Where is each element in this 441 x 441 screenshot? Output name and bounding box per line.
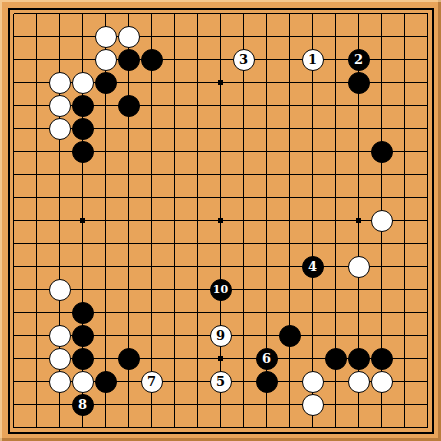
black-stone-move-2: 2	[348, 49, 370, 71]
move-number: 2	[354, 53, 363, 66]
black-stone	[95, 72, 117, 94]
move-number: 7	[147, 375, 156, 388]
go-board[interactable]: 31241096758	[0, 0, 441, 441]
black-stone-move-4: 4	[302, 256, 324, 278]
white-stone	[49, 371, 71, 393]
white-stone-move-5: 5	[210, 371, 232, 393]
black-stone	[72, 141, 94, 163]
star-point	[218, 218, 223, 223]
white-stone	[95, 26, 117, 48]
star-point	[218, 80, 223, 85]
white-stone	[95, 49, 117, 71]
black-stone	[72, 325, 94, 347]
black-stone-move-6: 6	[256, 348, 278, 370]
black-stone	[72, 348, 94, 370]
white-stone	[49, 325, 71, 347]
move-number: 6	[262, 352, 271, 365]
white-stone	[348, 256, 370, 278]
star-point	[80, 218, 85, 223]
black-stone-move-8: 8	[72, 394, 94, 416]
black-stone	[371, 348, 393, 370]
black-stone	[348, 348, 370, 370]
move-number: 8	[78, 398, 87, 411]
star-point	[356, 218, 361, 223]
move-number: 10	[213, 284, 228, 295]
move-number: 3	[239, 53, 248, 66]
black-stone	[118, 95, 140, 117]
white-stone	[72, 371, 94, 393]
black-stone	[256, 371, 278, 393]
black-stone-move-10: 10	[210, 279, 232, 301]
white-stone-move-1: 1	[302, 49, 324, 71]
move-number: 4	[308, 260, 317, 273]
white-stone	[49, 279, 71, 301]
black-stone	[371, 141, 393, 163]
move-number: 1	[308, 53, 317, 66]
white-stone-move-7: 7	[141, 371, 163, 393]
white-stone	[302, 394, 324, 416]
move-number: 5	[216, 375, 225, 388]
black-stone	[72, 95, 94, 117]
white-stone	[348, 371, 370, 393]
black-stone	[325, 348, 347, 370]
white-stone	[118, 26, 140, 48]
white-stone-move-3: 3	[233, 49, 255, 71]
move-number: 9	[216, 329, 225, 342]
black-stone	[348, 72, 370, 94]
black-stone	[118, 348, 140, 370]
white-stone	[49, 118, 71, 140]
black-stone	[279, 325, 301, 347]
black-stone	[72, 118, 94, 140]
white-stone	[72, 72, 94, 94]
black-stone	[95, 371, 117, 393]
white-stone	[49, 348, 71, 370]
black-stone	[141, 49, 163, 71]
white-stone-move-9: 9	[210, 325, 232, 347]
black-stone	[118, 49, 140, 71]
white-stone	[49, 72, 71, 94]
white-stone	[371, 210, 393, 232]
white-stone	[371, 371, 393, 393]
black-stone	[72, 302, 94, 324]
star-point	[218, 356, 223, 361]
white-stone	[49, 95, 71, 117]
white-stone	[302, 371, 324, 393]
